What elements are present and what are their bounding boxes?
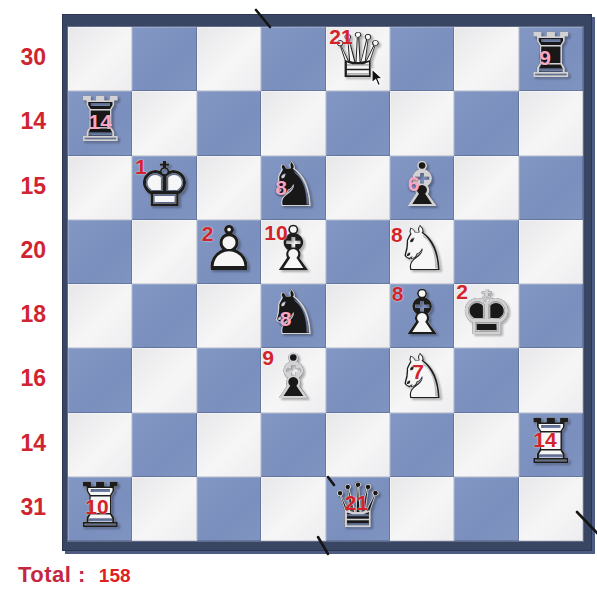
square-f2[interactable]: [390, 413, 454, 477]
mobility-count-f5: 8: [391, 223, 403, 247]
square-d4[interactable]: ♞♘8: [261, 284, 325, 348]
mobility-count-d5: 10: [264, 221, 287, 245]
rank-total-rank8: 30: [0, 44, 46, 70]
square-g3[interactable]: [454, 348, 518, 412]
square-c2[interactable]: [197, 413, 261, 477]
square-b1[interactable]: [132, 477, 196, 541]
mobility-count-g4: 2: [456, 280, 468, 304]
mobility-count-e8: 21: [329, 25, 352, 49]
square-h2[interactable]: ♜♖14: [519, 413, 583, 477]
square-d1[interactable]: [261, 477, 325, 541]
square-g4[interactable]: ♚♔2: [454, 284, 518, 348]
square-a1[interactable]: ♜♖10: [68, 477, 132, 541]
square-d8[interactable]: [261, 27, 325, 91]
mobility-count-d6: 8: [275, 176, 287, 200]
mobility-count-e1: 21: [345, 491, 368, 515]
square-f3[interactable]: ♞♘7: [390, 348, 454, 412]
chess-board: ♛♕21♜♖9♜♖14♚♔1♞♘8♝♗6♟♙2♝♗10♞♘8♞♘8♝♗8♚♔2♝…: [62, 14, 592, 551]
square-d3[interactable]: ♝♗9: [261, 348, 325, 412]
mobility-count-f3: 7: [412, 360, 424, 384]
square-e3[interactable]: [326, 348, 390, 412]
square-c1[interactable]: [197, 477, 261, 541]
rank-total-rank2: 14: [0, 430, 46, 456]
square-c7[interactable]: [197, 91, 261, 155]
square-a8[interactable]: [68, 27, 132, 91]
mobility-puzzle-canvas: 3014152018161431 ♛♕21♜♖9♜♖14♚♔1♞♘8♝♗6♟♙2…: [0, 0, 597, 599]
mobility-count-d4: 8: [280, 307, 292, 331]
square-d5[interactable]: ♝♗10: [261, 220, 325, 284]
square-b5[interactable]: [132, 220, 196, 284]
rank-total-rank5: 20: [0, 237, 46, 263]
square-b4[interactable]: [132, 284, 196, 348]
mobility-count-f6: 6: [408, 172, 420, 196]
mobility-count-a1: 10: [85, 495, 108, 519]
mobility-count-b6: 1: [135, 155, 147, 179]
mobility-count-d3: 9: [262, 346, 274, 370]
square-h6[interactable]: [519, 156, 583, 220]
square-d2[interactable]: [261, 413, 325, 477]
mobility-count-f4: 8: [392, 282, 404, 306]
square-g7[interactable]: [454, 91, 518, 155]
rank-total-rank7: 14: [0, 108, 46, 134]
square-b3[interactable]: [132, 348, 196, 412]
square-g8[interactable]: [454, 27, 518, 91]
square-f8[interactable]: [390, 27, 454, 91]
total-line: Total : 158: [18, 562, 131, 588]
piece-glyph-outline: ♘: [266, 153, 322, 217]
square-e8[interactable]: ♛♕21: [326, 27, 390, 91]
square-b2[interactable]: [132, 413, 196, 477]
rank-total-rank3: 16: [0, 365, 46, 391]
square-g2[interactable]: [454, 413, 518, 477]
square-f5[interactable]: ♞♘8: [390, 220, 454, 284]
square-h1[interactable]: [519, 477, 583, 541]
square-h4[interactable]: [519, 284, 583, 348]
square-h7[interactable]: [519, 91, 583, 155]
square-f7[interactable]: [390, 91, 454, 155]
rank-total-rank4: 18: [0, 301, 46, 327]
square-c3[interactable]: [197, 348, 261, 412]
rank-total-rank1: 31: [0, 494, 46, 520]
square-e7[interactable]: [326, 91, 390, 155]
square-f4[interactable]: ♝♗8: [390, 284, 454, 348]
square-h8[interactable]: ♜♖9: [519, 27, 583, 91]
square-e4[interactable]: [326, 284, 390, 348]
square-c6[interactable]: [197, 156, 261, 220]
square-d6[interactable]: ♞♘8: [261, 156, 325, 220]
mobility-count-c5: 2: [202, 222, 214, 246]
square-h3[interactable]: [519, 348, 583, 412]
black-bishop-f6[interactable]: ♝♗: [390, 156, 454, 220]
square-c8[interactable]: [197, 27, 261, 91]
square-a6[interactable]: [68, 156, 132, 220]
total-value: 158: [99, 565, 131, 587]
square-d7[interactable]: [261, 91, 325, 155]
mobility-count-h8: 9: [539, 46, 551, 70]
square-b7[interactable]: [132, 91, 196, 155]
square-a5[interactable]: [68, 220, 132, 284]
square-g1[interactable]: [454, 477, 518, 541]
square-h5[interactable]: [519, 220, 583, 284]
square-g6[interactable]: [454, 156, 518, 220]
square-e2[interactable]: [326, 413, 390, 477]
mobility-count-h2: 14: [533, 428, 556, 452]
square-b8[interactable]: [132, 27, 196, 91]
square-e1[interactable]: ♛♕21: [326, 477, 390, 541]
total-label: Total :: [18, 562, 86, 588]
rank-total-rank6: 15: [0, 173, 46, 199]
square-e6[interactable]: [326, 156, 390, 220]
square-c5[interactable]: ♟♙2: [197, 220, 261, 284]
piece-glyph-outline: ♗: [394, 153, 450, 217]
square-f1[interactable]: [390, 477, 454, 541]
square-a2[interactable]: [68, 413, 132, 477]
square-a7[interactable]: ♜♖14: [68, 91, 132, 155]
square-b6[interactable]: ♚♔1: [132, 156, 196, 220]
square-c4[interactable]: [197, 284, 261, 348]
square-e5[interactable]: [326, 220, 390, 284]
square-a4[interactable]: [68, 284, 132, 348]
black-knight-d4[interactable]: ♞♘: [261, 284, 325, 348]
piece-glyph-outline: ♘: [266, 282, 322, 346]
black-knight-d6[interactable]: ♞♘: [261, 156, 325, 220]
square-f6[interactable]: ♝♗6: [390, 156, 454, 220]
mobility-count-a7: 14: [89, 110, 112, 134]
chess-board-grid: ♛♕21♜♖9♜♖14♚♔1♞♘8♝♗6♟♙2♝♗10♞♘8♞♘8♝♗8♚♔2♝…: [68, 27, 583, 541]
square-g5[interactable]: [454, 220, 518, 284]
square-a3[interactable]: [68, 348, 132, 412]
